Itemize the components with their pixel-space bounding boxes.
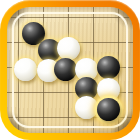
go-board [7,7,133,133]
white-stone [14,58,37,81]
screenshot [0,0,140,140]
go-app-icon[interactable] [0,0,140,140]
black-stone [54,58,77,81]
white-stone [57,37,80,60]
stones-layer [7,7,133,133]
black-stone [97,56,120,79]
white-stone [75,96,98,119]
black-stone [97,98,120,121]
